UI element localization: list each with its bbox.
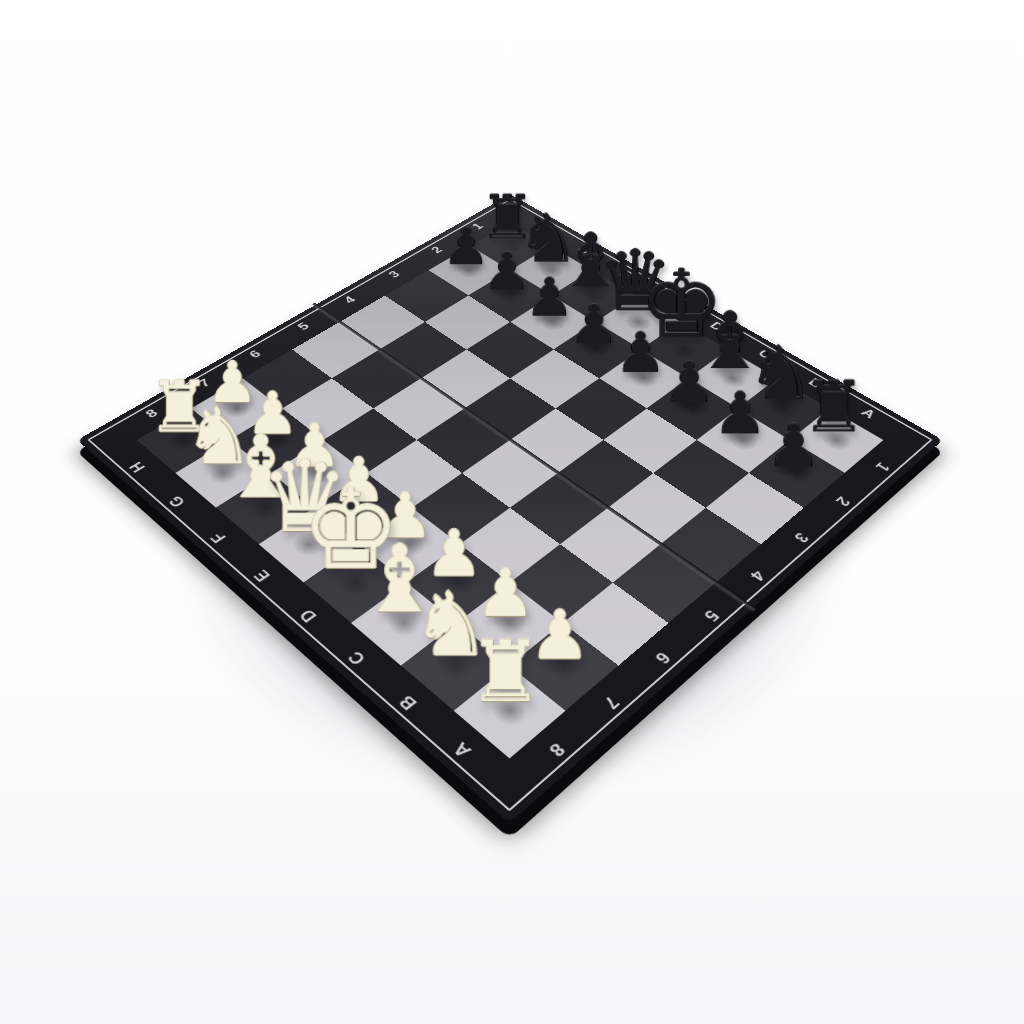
piece-contact-shadow [332, 485, 394, 531]
product-photo-scene: HGFEDCBA HGFEDCBA 12345678 12345678 ♜♞♝♛… [0, 0, 1024, 1024]
piece-contact-shadow [288, 452, 349, 495]
piece-contact-shadow [247, 420, 306, 461]
square-b3 [653, 440, 749, 508]
piece-contact-shadow [322, 558, 388, 608]
piece-contact-shadow [370, 597, 437, 650]
piece-contact-shadow [526, 305, 581, 340]
piece-contact-shadow [421, 638, 490, 694]
piece-contact-shadow [234, 485, 296, 531]
piece-contact-shadow [484, 279, 537, 312]
piece-contact-shadow [656, 332, 712, 368]
piece-contact-shadow [569, 332, 625, 368]
piece-contact-shadow [476, 597, 544, 650]
piece-contact-shadow [425, 558, 491, 608]
piece-contact-shadow [713, 420, 773, 461]
piece-contact-shadow [277, 521, 341, 569]
piece-contact-shadow [611, 305, 666, 340]
piece-contact-shadow [525, 255, 577, 287]
piece-contact-shadow [754, 389, 813, 428]
piece-contact-shadow [615, 360, 672, 398]
piece-contact-shadow [377, 521, 441, 569]
piece-contact-shadow [567, 279, 621, 312]
piece-contact-shadow [704, 360, 761, 398]
piece-contact-shadow [663, 389, 722, 428]
